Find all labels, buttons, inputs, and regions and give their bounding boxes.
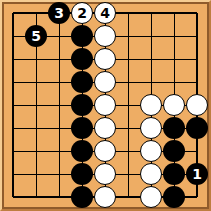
intersection-F4: [117, 117, 140, 140]
grid-line-horizontal: [13, 128, 25, 129]
grid-line-horizontal: [13, 105, 25, 106]
intersection-G7: [140, 48, 163, 71]
grid-line-horizontal: [13, 196, 25, 198]
move-number-label: 1: [192, 167, 202, 181]
grid-line-horizontal: [25, 174, 48, 175]
intersection-H2: [163, 163, 186, 186]
grid-line-horizontal: [13, 174, 25, 175]
white-stone: [186, 94, 208, 116]
grid-line-horizontal: [117, 36, 140, 37]
intersection-G6: [140, 71, 163, 94]
intersection-F6: [117, 71, 140, 94]
grid-line-horizontal: [186, 82, 198, 83]
black-stone: [71, 186, 93, 208]
grid-line-vertical: [12, 13, 14, 25]
intersection-J5: [186, 94, 209, 117]
grid-line-vertical: [151, 13, 152, 25]
intersection-C7: [48, 48, 71, 71]
grid-line-horizontal: [163, 12, 186, 14]
intersection-B9: [25, 2, 48, 25]
black-stone: [163, 140, 185, 162]
black-stone: [163, 163, 185, 185]
intersection-B8: 5: [25, 25, 48, 48]
white-stone: [140, 117, 162, 139]
grid-line-horizontal: [25, 151, 48, 152]
grid-line-horizontal: [13, 82, 25, 83]
intersection-B3: [25, 140, 48, 163]
grid-line-horizontal: [25, 128, 48, 129]
grid-line-horizontal: [25, 82, 48, 83]
intersection-J8: [186, 25, 209, 48]
grid-line-horizontal: [186, 12, 198, 14]
move-number-label: 4: [100, 6, 110, 20]
grid-line-horizontal: [186, 196, 198, 198]
grid-line-horizontal: [13, 151, 25, 152]
black-stone: [71, 25, 93, 47]
intersection-H6: [163, 71, 186, 94]
intersection-A2: [2, 163, 25, 186]
intersection-D5: [71, 94, 94, 117]
grid-line-horizontal: [140, 82, 163, 83]
grid-line-vertical: [196, 13, 198, 25]
intersection-B5: [25, 94, 48, 117]
intersection-H8: [163, 25, 186, 48]
white-stone: 4: [94, 2, 116, 24]
intersection-J4: [186, 117, 209, 140]
intersection-G1: [140, 186, 163, 209]
grid-line-horizontal: [48, 82, 71, 83]
grid-line-horizontal: [48, 105, 71, 106]
move-number-label: 2: [77, 6, 87, 20]
grid-line-vertical: [36, 13, 37, 25]
intersection-J2: 1: [186, 163, 209, 186]
intersection-E2: [94, 163, 117, 186]
intersection-F2: [117, 163, 140, 186]
grid-line-vertical: [128, 13, 129, 25]
black-stone: [163, 186, 185, 208]
intersection-E9: 4: [94, 2, 117, 25]
intersection-B6: [25, 71, 48, 94]
intersection-H9: [163, 2, 186, 25]
intersection-B7: [25, 48, 48, 71]
intersection-G3: [140, 140, 163, 163]
grid-line-horizontal: [48, 128, 71, 129]
intersection-C6: [48, 71, 71, 94]
grid-line-horizontal: [48, 36, 71, 37]
grid-line-horizontal: [140, 12, 163, 14]
intersection-D1: [71, 186, 94, 209]
intersection-E6: [94, 71, 117, 94]
intersection-C4: [48, 117, 71, 140]
grid-line-horizontal: [25, 105, 48, 106]
intersection-E8: [94, 25, 117, 48]
intersection-J7: [186, 48, 209, 71]
intersection-B4: [25, 117, 48, 140]
grid-line-horizontal: [48, 59, 71, 60]
intersection-C2: [48, 163, 71, 186]
intersection-A3: [2, 140, 25, 163]
grid-line-horizontal: [117, 151, 140, 152]
intersection-F1: [117, 186, 140, 209]
intersection-D9: 2: [71, 2, 94, 25]
white-stone: [163, 94, 185, 116]
black-stone: [163, 117, 185, 139]
black-stone: 3: [48, 2, 70, 24]
intersection-D8: [71, 25, 94, 48]
grid-line-horizontal: [186, 59, 198, 60]
intersection-E7: [94, 48, 117, 71]
black-stone: [71, 140, 93, 162]
black-stone: [71, 163, 93, 185]
white-stone: [94, 186, 116, 208]
white-stone: [94, 71, 116, 93]
grid-line-horizontal: [25, 12, 48, 14]
white-stone: [94, 94, 116, 116]
black-stone: [71, 94, 93, 116]
grid-line-horizontal: [25, 59, 48, 60]
grid-line-horizontal: [117, 59, 140, 60]
intersection-D6: [71, 71, 94, 94]
intersection-F5: [117, 94, 140, 117]
intersection-H4: [163, 117, 186, 140]
intersection-D7: [71, 48, 94, 71]
grid-line-horizontal: [117, 174, 140, 175]
intersection-G2: [140, 163, 163, 186]
grid-line-horizontal: [48, 151, 71, 152]
intersection-G4: [140, 117, 163, 140]
go-diagram: 32451: [0, 0, 211, 211]
grid-line-horizontal: [13, 36, 25, 37]
white-stone: [94, 25, 116, 47]
intersection-G8: [140, 25, 163, 48]
intersection-H1: [163, 186, 186, 209]
intersection-A6: [2, 71, 25, 94]
intersection-H7: [163, 48, 186, 71]
grid-line-horizontal: [117, 196, 140, 198]
intersection-B2: [25, 163, 48, 186]
white-stone: [140, 163, 162, 185]
intersection-D4: [71, 117, 94, 140]
black-stone: [71, 117, 93, 139]
grid-line-horizontal: [186, 151, 198, 152]
intersection-F3: [117, 140, 140, 163]
grid-line-horizontal: [186, 36, 198, 37]
grid-line-horizontal: [163, 59, 186, 60]
intersection-E3: [94, 140, 117, 163]
move-number-label: 3: [54, 6, 64, 20]
intersection-E5: [94, 94, 117, 117]
intersection-C8: [48, 25, 71, 48]
intersection-C3: [48, 140, 71, 163]
intersection-C5: [48, 94, 71, 117]
grid-line-horizontal: [117, 12, 140, 14]
intersection-F8: [117, 25, 140, 48]
white-stone: [94, 117, 116, 139]
black-stone: [71, 71, 93, 93]
grid-line-horizontal: [140, 36, 163, 37]
grid-line-horizontal: [48, 174, 71, 175]
intersection-A4: [2, 117, 25, 140]
intersection-C9: 3: [48, 2, 71, 25]
intersection-A9: [2, 2, 25, 25]
white-stone: [140, 94, 162, 116]
intersection-B1: [25, 186, 48, 209]
grid-line-horizontal: [48, 196, 71, 198]
white-stone: [140, 186, 162, 208]
grid-line-vertical: [174, 13, 175, 25]
intersection-H3: [163, 140, 186, 163]
grid-line-horizontal: [117, 105, 140, 106]
move-number-label: 5: [31, 29, 41, 43]
grid-line-horizontal: [13, 12, 25, 14]
intersection-A8: [2, 25, 25, 48]
grid-line-horizontal: [163, 36, 186, 37]
intersection-C1: [48, 186, 71, 209]
white-stone: [94, 163, 116, 185]
intersection-A5: [2, 94, 25, 117]
grid-line-horizontal: [140, 59, 163, 60]
intersection-J6: [186, 71, 209, 94]
white-stone: [94, 48, 116, 70]
grid-line-horizontal: [163, 82, 186, 83]
grid-line-horizontal: [117, 82, 140, 83]
white-stone: [94, 140, 116, 162]
intersection-J9: [186, 2, 209, 25]
go-board: 32451: [2, 2, 209, 209]
intersection-D2: [71, 163, 94, 186]
intersection-F7: [117, 48, 140, 71]
intersection-G5: [140, 94, 163, 117]
intersection-J3: [186, 140, 209, 163]
grid-line-horizontal: [25, 196, 48, 198]
white-stone: 2: [71, 2, 93, 24]
intersection-G9: [140, 2, 163, 25]
intersection-A1: [2, 186, 25, 209]
black-stone: [71, 48, 93, 70]
intersection-J1: [186, 186, 209, 209]
black-stone: [186, 117, 208, 139]
grid-line-horizontal: [13, 59, 25, 60]
intersection-E1: [94, 186, 117, 209]
black-stone: 5: [25, 25, 47, 47]
grid-line-horizontal: [117, 128, 140, 129]
intersection-D3: [71, 140, 94, 163]
intersection-E4: [94, 117, 117, 140]
intersection-A7: [2, 48, 25, 71]
white-stone: [140, 140, 162, 162]
black-stone: 1: [186, 163, 208, 185]
intersection-H5: [163, 94, 186, 117]
intersection-F9: [117, 2, 140, 25]
